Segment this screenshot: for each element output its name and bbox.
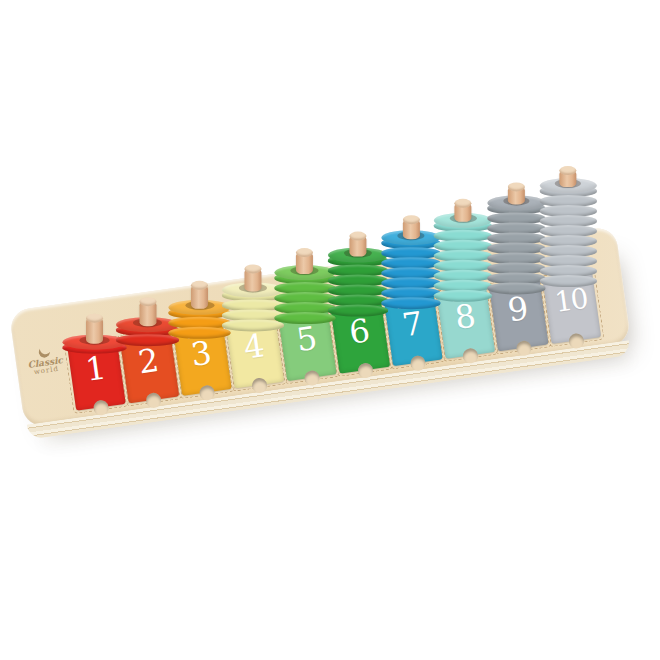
peg-top <box>402 215 419 224</box>
ring <box>169 327 231 339</box>
peg-top <box>244 264 261 273</box>
wooden-peg <box>244 268 261 291</box>
peg-top <box>297 248 314 257</box>
ring <box>328 305 388 317</box>
ring <box>222 319 284 331</box>
wooden-peg <box>402 219 419 239</box>
scene: Classic world one1two2three3four4five5si… <box>0 0 660 660</box>
wooden-peg <box>507 186 524 204</box>
ring <box>434 290 492 302</box>
wooden-peg <box>191 285 208 309</box>
ring <box>275 312 336 324</box>
wooden-peg <box>86 318 103 344</box>
peg-top <box>86 314 103 323</box>
peg-top <box>560 166 577 175</box>
ring <box>116 334 179 346</box>
peg-top <box>139 297 156 306</box>
peg-top <box>507 182 524 191</box>
wooden-peg <box>297 252 314 274</box>
ring <box>381 297 440 309</box>
wooden-peg <box>349 236 366 257</box>
wooden-peg <box>560 170 577 187</box>
peg-top <box>455 199 472 208</box>
ring <box>540 275 597 287</box>
board-group: Classic world one1two2three3four4five5si… <box>9 226 631 428</box>
peg-top <box>191 281 208 290</box>
wooden-peg <box>139 301 156 326</box>
wooden-peg <box>455 203 472 222</box>
peg-top <box>349 232 366 241</box>
ring <box>487 282 545 294</box>
